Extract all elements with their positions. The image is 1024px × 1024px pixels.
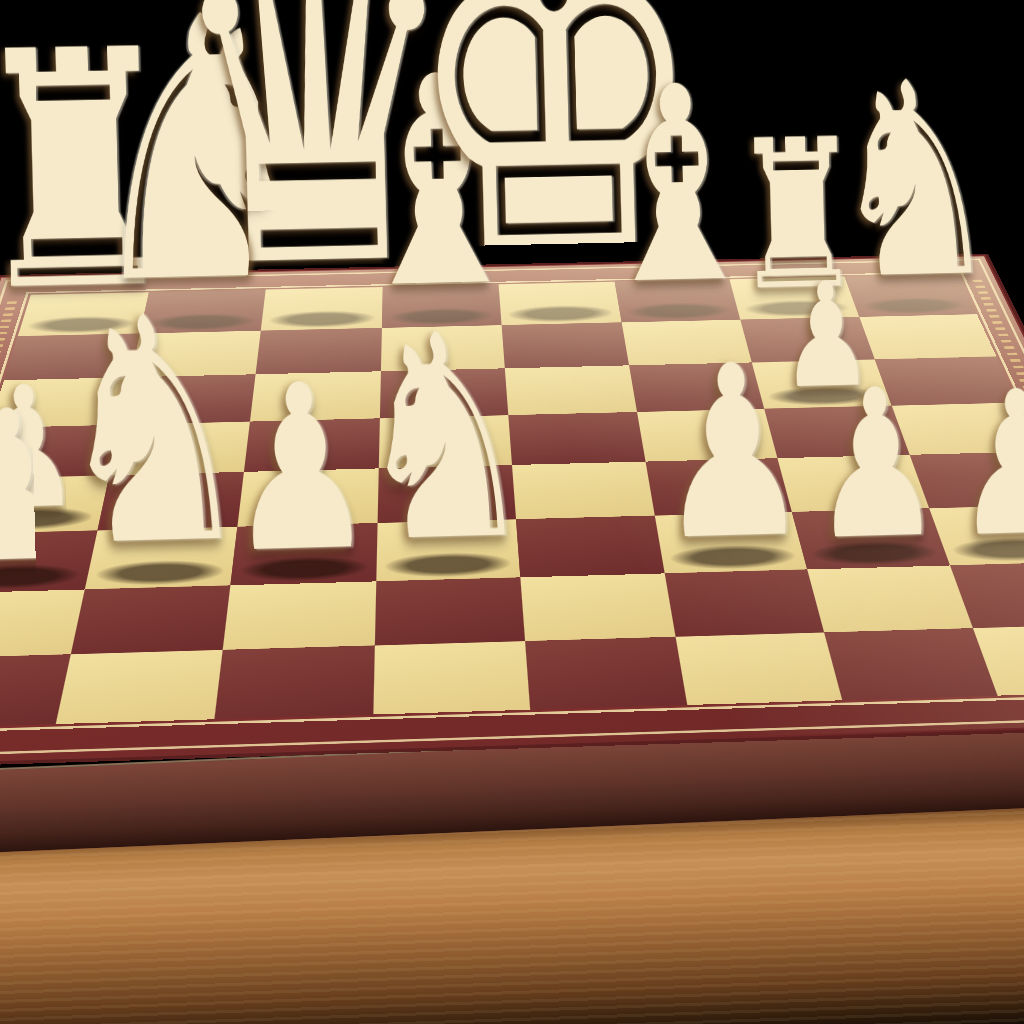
chess-board: ♜♞♛♝♚♝♜♞♟♟♟♞♟♞♟♟♟: [0, 274, 1024, 729]
white-pawn-h3[interactable]: ♟: [656, 357, 1024, 574]
square-h2[interactable]: [950, 562, 1024, 628]
square-d1[interactable]: [373, 641, 530, 715]
square-e1[interactable]: [525, 636, 687, 709]
square-a2[interactable]: [0, 590, 84, 659]
square-b1[interactable]: [55, 650, 223, 725]
board-3d-scene: ♜♞♛♝♚♝♜♞♟♟♟♞♟♞♟♟♟: [0, 0, 1024, 1024]
board-tilt-plane: ♜♞♛♝♚♝♜♞♟♟♟♞♟♞♟♟♟: [0, 254, 1024, 770]
square-h3[interactable]: ♟: [929, 504, 1024, 565]
square-c1[interactable]: [214, 645, 374, 719]
chess-photo-scene: ♜♞♛♝♚♝♜♞♟♟♟♞♟♞♟♟♟: [0, 0, 1024, 1024]
square-c2[interactable]: [223, 581, 376, 649]
square-d2[interactable]: [374, 577, 525, 645]
square-g1[interactable]: [824, 628, 997, 700]
board-frame: ♜♞♛♝♚♝♜♞♟♟♟♞♟♞♟♟♟: [0, 254, 1024, 770]
square-b2[interactable]: [70, 585, 230, 653]
square-e2[interactable]: [520, 573, 675, 640]
square-g2[interactable]: [807, 565, 972, 632]
square-f2[interactable]: [664, 569, 824, 636]
square-f1[interactable]: [675, 632, 842, 705]
